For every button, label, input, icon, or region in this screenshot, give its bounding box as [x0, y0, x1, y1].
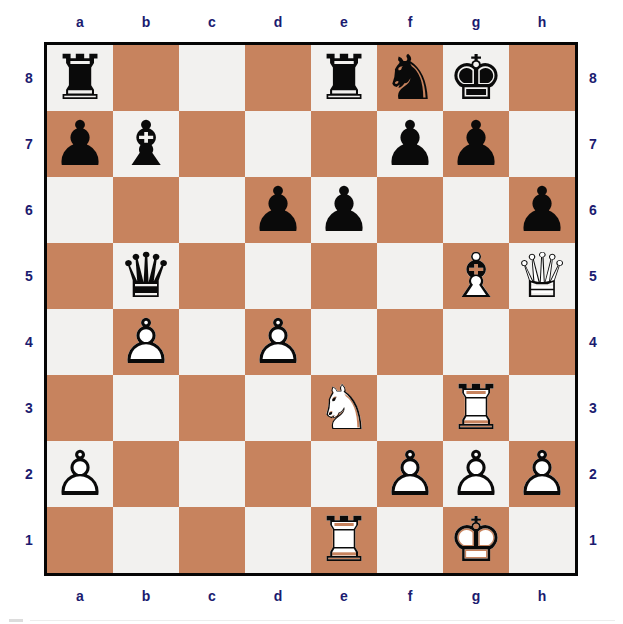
white-pawn-outline: ♙	[377, 441, 443, 507]
square-f4[interactable]	[377, 309, 443, 375]
square-c4[interactable]	[179, 309, 245, 375]
square-h3[interactable]	[509, 375, 575, 441]
bottom-artifact-line	[30, 620, 615, 621]
square-c1[interactable]	[179, 507, 245, 573]
file-label-d: d	[245, 12, 311, 32]
square-f3[interactable]	[377, 375, 443, 441]
square-d7[interactable]	[245, 111, 311, 177]
file-label-a: a	[47, 12, 113, 32]
square-h5[interactable]: ♛♕	[509, 243, 575, 309]
square-b2[interactable]	[113, 441, 179, 507]
file-label-a: a	[47, 586, 113, 606]
square-g7[interactable]: ♟	[443, 111, 509, 177]
file-labels-top: abcdefgh	[47, 12, 575, 32]
white-pawn[interactable]: ♟♙	[47, 441, 113, 507]
square-d4[interactable]: ♟♙	[245, 309, 311, 375]
white-queen-outline: ♕	[509, 243, 575, 309]
square-e2[interactable]	[311, 441, 377, 507]
black-pawn[interactable]: ♟	[311, 177, 377, 243]
square-h4[interactable]	[509, 309, 575, 375]
square-e4[interactable]	[311, 309, 377, 375]
white-knight-outline: ♘	[311, 375, 377, 441]
square-g2[interactable]: ♟♙	[443, 441, 509, 507]
square-d3[interactable]	[245, 375, 311, 441]
square-f5[interactable]	[377, 243, 443, 309]
square-f7[interactable]: ♟	[377, 111, 443, 177]
square-a5[interactable]	[47, 243, 113, 309]
square-g6[interactable]	[443, 177, 509, 243]
file-label-c: c	[179, 12, 245, 32]
black-pawn[interactable]: ♟	[377, 111, 443, 177]
square-f8[interactable]: ♞	[377, 45, 443, 111]
square-e3[interactable]: ♞♘	[311, 375, 377, 441]
rank-labels-left: 87654321	[18, 45, 40, 573]
square-b8[interactable]	[113, 45, 179, 111]
rank-label-8: 8	[582, 45, 604, 111]
square-a7[interactable]: ♟	[47, 111, 113, 177]
square-c8[interactable]	[179, 45, 245, 111]
rank-label-3: 3	[18, 375, 40, 441]
rank-label-5: 5	[582, 243, 604, 309]
square-g3[interactable]: ♜♖	[443, 375, 509, 441]
white-knight[interactable]: ♞♘	[311, 375, 377, 441]
file-label-f: f	[377, 12, 443, 32]
black-rook[interactable]: ♜	[47, 45, 113, 111]
rank-label-6: 6	[582, 177, 604, 243]
file-label-b: b	[113, 12, 179, 32]
white-pawn-outline: ♙	[509, 441, 575, 507]
black-pawn[interactable]: ♟	[47, 111, 113, 177]
file-label-d: d	[245, 586, 311, 606]
black-queen[interactable]: ♛	[113, 243, 179, 309]
square-d5[interactable]	[245, 243, 311, 309]
rank-labels-right: 87654321	[582, 45, 604, 573]
square-c6[interactable]	[179, 177, 245, 243]
square-h1[interactable]	[509, 507, 575, 573]
file-label-g: g	[443, 12, 509, 32]
square-b3[interactable]	[113, 375, 179, 441]
rank-label-1: 1	[18, 507, 40, 573]
black-knight[interactable]: ♞	[377, 45, 443, 111]
square-e1[interactable]: ♜♖	[311, 507, 377, 573]
square-f6[interactable]	[377, 177, 443, 243]
square-a3[interactable]	[47, 375, 113, 441]
square-c7[interactable]	[179, 111, 245, 177]
white-rook-outline: ♖	[311, 507, 377, 573]
rank-label-8: 8	[18, 45, 40, 111]
black-pawn[interactable]: ♟	[509, 177, 575, 243]
rank-label-3: 3	[582, 375, 604, 441]
white-rook[interactable]: ♜♖	[311, 507, 377, 573]
black-bishop[interactable]: ♝	[113, 111, 179, 177]
file-label-c: c	[179, 586, 245, 606]
square-g5[interactable]: ♝♗	[443, 243, 509, 309]
square-c2[interactable]	[179, 441, 245, 507]
white-pawn[interactable]: ♟♙	[245, 309, 311, 375]
square-a4[interactable]	[47, 309, 113, 375]
square-e8[interactable]: ♜	[311, 45, 377, 111]
square-e5[interactable]	[311, 243, 377, 309]
white-pawn[interactable]: ♟♙	[443, 441, 509, 507]
rank-label-4: 4	[582, 309, 604, 375]
square-f1[interactable]	[377, 507, 443, 573]
black-rook[interactable]: ♜	[311, 45, 377, 111]
square-b6[interactable]	[113, 177, 179, 243]
white-king-outline: ♔	[443, 507, 509, 573]
black-pawn[interactable]: ♟	[245, 177, 311, 243]
square-h7[interactable]	[509, 111, 575, 177]
square-a8[interactable]: ♜	[47, 45, 113, 111]
black-pawn[interactable]: ♟	[443, 111, 509, 177]
chess-board: ♜♜♞♚♟♝♟♟♟♟♟♛♝♗♛♕♟♙♟♙♞♘♜♖♟♙♟♙♟♙♟♙♜♖♚♔	[44, 42, 578, 576]
rank-label-5: 5	[18, 243, 40, 309]
rank-label-2: 2	[18, 441, 40, 507]
square-d8[interactable]	[245, 45, 311, 111]
file-label-b: b	[113, 586, 179, 606]
rank-label-1: 1	[582, 507, 604, 573]
file-label-e: e	[311, 12, 377, 32]
white-pawn-outline: ♙	[245, 309, 311, 375]
square-d6[interactable]: ♟	[245, 177, 311, 243]
square-b1[interactable]	[113, 507, 179, 573]
chess-diagram: abcdefgh 87654321 87654321 abcdefgh ♜♜♞♚…	[0, 0, 623, 624]
white-bishop[interactable]: ♝♗	[443, 243, 509, 309]
square-h8[interactable]	[509, 45, 575, 111]
black-king[interactable]: ♚	[443, 45, 509, 111]
white-pawn-outline: ♙	[443, 441, 509, 507]
square-g8[interactable]: ♚	[443, 45, 509, 111]
square-d1[interactable]	[245, 507, 311, 573]
square-c5[interactable]	[179, 243, 245, 309]
square-b5[interactable]: ♛	[113, 243, 179, 309]
file-label-g: g	[443, 586, 509, 606]
white-pawn-outline: ♙	[47, 441, 113, 507]
file-label-h: h	[509, 586, 575, 606]
square-a6[interactable]	[47, 177, 113, 243]
file-label-h: h	[509, 12, 575, 32]
scrollbar-artifact	[9, 619, 23, 622]
white-pawn[interactable]: ♟♙	[509, 441, 575, 507]
square-g1[interactable]: ♚♔	[443, 507, 509, 573]
square-c3[interactable]	[179, 375, 245, 441]
square-d2[interactable]	[245, 441, 311, 507]
white-rook[interactable]: ♜♖	[443, 375, 509, 441]
white-pawn[interactable]: ♟♙	[113, 309, 179, 375]
white-bishop-outline: ♗	[443, 243, 509, 309]
rank-label-4: 4	[18, 309, 40, 375]
square-a2[interactable]: ♟♙	[47, 441, 113, 507]
square-f2[interactable]: ♟♙	[377, 441, 443, 507]
square-g4[interactable]	[443, 309, 509, 375]
file-label-f: f	[377, 586, 443, 606]
square-h2[interactable]: ♟♙	[509, 441, 575, 507]
white-king[interactable]: ♚♔	[443, 507, 509, 573]
white-rook-outline: ♖	[443, 375, 509, 441]
square-b7[interactable]: ♝	[113, 111, 179, 177]
white-pawn-outline: ♙	[113, 309, 179, 375]
square-a1[interactable]	[47, 507, 113, 573]
rank-label-7: 7	[18, 111, 40, 177]
rank-label-6: 6	[18, 177, 40, 243]
square-b4[interactable]: ♟♙	[113, 309, 179, 375]
file-labels-bottom: abcdefgh	[47, 586, 575, 606]
square-e7[interactable]	[311, 111, 377, 177]
white-queen[interactable]: ♛♕	[509, 243, 575, 309]
rank-label-2: 2	[582, 441, 604, 507]
rank-label-7: 7	[582, 111, 604, 177]
file-label-e: e	[311, 586, 377, 606]
square-e6[interactable]: ♟	[311, 177, 377, 243]
white-pawn[interactable]: ♟♙	[377, 441, 443, 507]
square-h6[interactable]: ♟	[509, 177, 575, 243]
